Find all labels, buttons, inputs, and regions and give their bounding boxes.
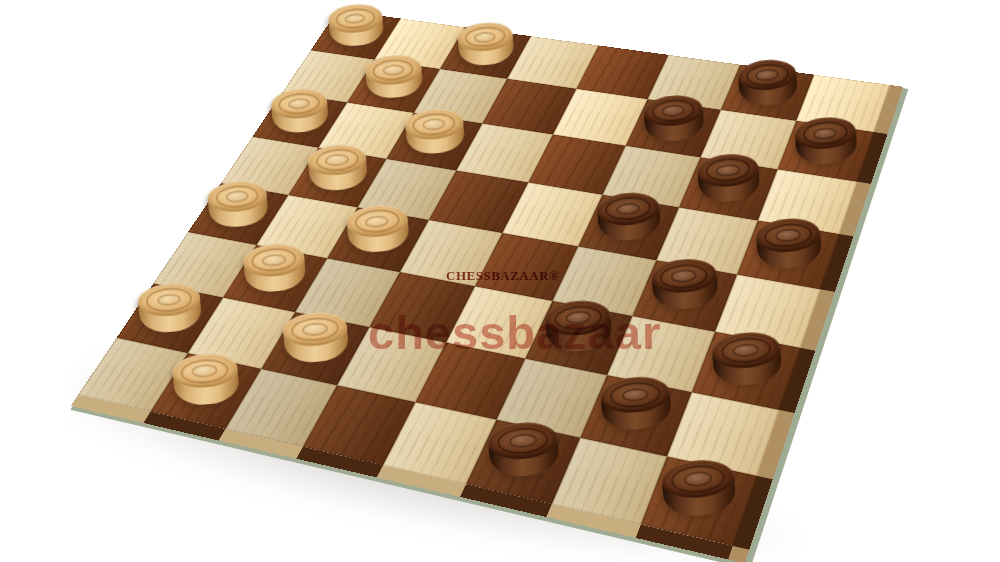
watermark-small-text: CHESSBAZAAR®	[446, 268, 559, 284]
checkers-set-photo: CHESSBAZAAR® chessbazaar	[0, 0, 1000, 562]
watermark-large-text: chessbazaar	[368, 305, 661, 360]
